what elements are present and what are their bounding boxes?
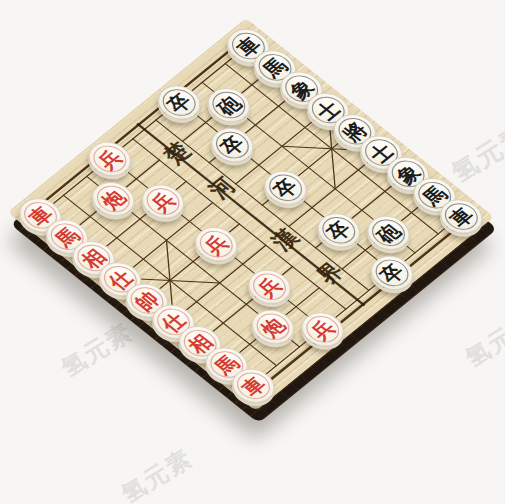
product-photo-scene: 氢元素 氢元素 氢元素 氢元素 楚 河 漢 界 車馬象士將士象馬車砲砲卒卒卒卒卒	[0, 0, 505, 504]
watermark-text: 氢元素	[459, 306, 505, 374]
watermark-text: 氢元素	[55, 316, 138, 384]
watermark-text: 氢元素	[115, 442, 198, 504]
board-grid: 車馬象士將士象馬車砲砲卒卒卒卒卒兵兵兵兵兵炮炮車馬相仕帥仕相馬車	[16, 25, 486, 405]
piece-character: 車	[238, 373, 269, 398]
xiangqi-board: 楚 河 漢 界 車馬象士將士象馬車砲砲卒卒卒卒卒兵兵兵兵兵炮炮車馬相仕帥仕相馬車	[7, 18, 494, 411]
watermark-text: 氢元素	[445, 116, 505, 190]
